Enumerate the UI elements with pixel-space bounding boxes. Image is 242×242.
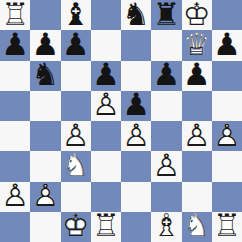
- square-b6[interactable]: ♞: [30, 61, 60, 91]
- black-pawn-g6[interactable]: ♟: [182, 60, 212, 90]
- square-c7[interactable]: ♟: [61, 30, 91, 60]
- white-pawn-e4[interactable]: ♟: [121, 120, 151, 150]
- square-h6[interactable]: [212, 61, 242, 91]
- square-g7[interactable]: ♛♕: [182, 30, 212, 60]
- white-queen-g7[interactable]: ♛: [182, 29, 212, 59]
- white-pawn-outline-g4: ♙: [182, 120, 212, 150]
- black-pawn-h7[interactable]: ♟: [212, 29, 242, 59]
- white-rook-a8[interactable]: ♜: [0, 0, 30, 29]
- white-rook-d1[interactable]: ♜: [91, 211, 121, 241]
- white-queen-outline-g7: ♕: [182, 29, 212, 59]
- square-f3[interactable]: ♟♙: [151, 151, 181, 181]
- white-pawn-d5[interactable]: ♟: [91, 90, 121, 120]
- square-f1[interactable]: ♝♗: [151, 212, 181, 242]
- square-b8[interactable]: [30, 0, 60, 30]
- black-bishop-c8[interactable]: ♝: [61, 0, 91, 29]
- square-h1[interactable]: ♜♖: [212, 212, 242, 242]
- square-h8[interactable]: [212, 0, 242, 30]
- square-e6[interactable]: [121, 61, 151, 91]
- white-king-outline-c1: ♔: [61, 211, 91, 241]
- black-pawn-b7[interactable]: ♟: [30, 29, 60, 59]
- square-g1[interactable]: ♞♘: [182, 212, 212, 242]
- white-knight-outline-c3: ♘: [61, 150, 91, 180]
- square-d1[interactable]: ♜♖: [91, 212, 121, 242]
- black-king-g8[interactable]: ♚: [182, 0, 212, 29]
- white-pawn-g4[interactable]: ♟: [182, 120, 212, 150]
- black-pawn-f6[interactable]: ♟: [151, 60, 181, 90]
- white-rook-outline-a8: ♖: [0, 0, 30, 29]
- square-e7[interactable]: [121, 30, 151, 60]
- white-rook-h1[interactable]: ♜: [212, 211, 242, 241]
- square-e8[interactable]: ♞: [121, 0, 151, 30]
- square-f2[interactable]: [151, 182, 181, 212]
- chess-board: ♜♖♝♞♜♚♔♟♟♟♛♕♟♞♟♟♟♟♙♟♟♙♟♙♟♙♟♙♞♘♟♙♟♙♟♙♚♔♜♖…: [0, 0, 242, 242]
- square-e3[interactable]: [121, 151, 151, 181]
- square-a7[interactable]: ♟: [0, 30, 30, 60]
- square-c1[interactable]: ♚♔: [61, 212, 91, 242]
- square-b5[interactable]: [30, 91, 60, 121]
- square-f6[interactable]: ♟: [151, 61, 181, 91]
- white-pawn-outline-h4: ♙: [212, 120, 242, 150]
- square-c5[interactable]: [61, 91, 91, 121]
- white-pawn-outline-d5: ♙: [91, 90, 121, 120]
- white-bishop-f1[interactable]: ♝: [151, 211, 181, 241]
- square-e1[interactable]: [121, 212, 151, 242]
- square-g4[interactable]: ♟♙: [182, 121, 212, 151]
- square-g6[interactable]: ♟: [182, 61, 212, 91]
- square-h3[interactable]: [212, 151, 242, 181]
- white-pawn-b2[interactable]: ♟: [30, 181, 60, 211]
- square-a5[interactable]: [0, 91, 30, 121]
- square-a6[interactable]: [0, 61, 30, 91]
- square-f8[interactable]: ♜: [151, 0, 181, 30]
- black-pawn-c7[interactable]: ♟: [61, 29, 91, 59]
- square-d5[interactable]: ♟♙: [91, 91, 121, 121]
- square-b7[interactable]: ♟: [30, 30, 60, 60]
- square-a3[interactable]: [0, 151, 30, 181]
- white-knight-c3[interactable]: ♞: [61, 150, 91, 180]
- black-pawn-d6[interactable]: ♟: [91, 60, 121, 90]
- black-knight-b6[interactable]: ♞: [30, 60, 60, 90]
- white-rook-outline-h1: ♖: [212, 211, 242, 241]
- square-e2[interactable]: [121, 182, 151, 212]
- square-h2[interactable]: [212, 182, 242, 212]
- square-b3[interactable]: [30, 151, 60, 181]
- square-d4[interactable]: [91, 121, 121, 151]
- square-d2[interactable]: [91, 182, 121, 212]
- white-knight-outline-g1: ♘: [182, 211, 212, 241]
- square-f4[interactable]: [151, 121, 181, 151]
- square-g5[interactable]: [182, 91, 212, 121]
- square-a4[interactable]: [0, 121, 30, 151]
- square-h4[interactable]: ♟♙: [212, 121, 242, 151]
- square-g2[interactable]: [182, 182, 212, 212]
- white-pawn-outline-c4: ♙: [61, 120, 91, 150]
- square-b2[interactable]: ♟♙: [30, 182, 60, 212]
- square-c3[interactable]: ♞♘: [61, 151, 91, 181]
- square-d8[interactable]: [91, 0, 121, 30]
- square-h5[interactable]: [212, 91, 242, 121]
- white-knight-g1[interactable]: ♞: [182, 211, 212, 241]
- black-king-outline-g8: ♔: [182, 0, 212, 29]
- white-pawn-c4[interactable]: ♟: [61, 120, 91, 150]
- square-c2[interactable]: [61, 182, 91, 212]
- square-e5[interactable]: ♟: [121, 91, 151, 121]
- square-d3[interactable]: [91, 151, 121, 181]
- square-c6[interactable]: [61, 61, 91, 91]
- black-knight-e8[interactable]: ♞: [121, 0, 151, 29]
- square-b1[interactable]: [30, 212, 60, 242]
- black-pawn-e5[interactable]: ♟: [121, 90, 151, 120]
- white-pawn-f3[interactable]: ♟: [151, 150, 181, 180]
- square-d6[interactable]: ♟: [91, 61, 121, 91]
- white-pawn-outline-b2: ♙: [30, 181, 60, 211]
- white-rook-outline-d1: ♖: [91, 211, 121, 241]
- square-g8[interactable]: ♚♔: [182, 0, 212, 30]
- square-e4[interactable]: ♟♙: [121, 121, 151, 151]
- white-bishop-outline-f1: ♗: [151, 211, 181, 241]
- square-a2[interactable]: ♟♙: [0, 182, 30, 212]
- square-d7[interactable]: [91, 30, 121, 60]
- white-pawn-outline-a2: ♙: [0, 181, 30, 211]
- square-f7[interactable]: [151, 30, 181, 60]
- white-pawn-outline-f3: ♙: [151, 150, 181, 180]
- square-c8[interactable]: ♝: [61, 0, 91, 30]
- white-king-c1[interactable]: ♚: [61, 211, 91, 241]
- white-pawn-h4[interactable]: ♟: [212, 120, 242, 150]
- black-pawn-a7[interactable]: ♟: [0, 29, 30, 59]
- black-rook-f8[interactable]: ♜: [151, 0, 181, 29]
- square-f5[interactable]: [151, 91, 181, 121]
- square-b4[interactable]: [30, 121, 60, 151]
- square-g3[interactable]: [182, 151, 212, 181]
- square-c4[interactable]: ♟♙: [61, 121, 91, 151]
- square-a1[interactable]: [0, 212, 30, 242]
- square-a8[interactable]: ♜♖: [0, 0, 30, 30]
- square-h7[interactable]: ♟: [212, 30, 242, 60]
- white-pawn-outline-e4: ♙: [121, 120, 151, 150]
- white-pawn-a2[interactable]: ♟: [0, 181, 30, 211]
